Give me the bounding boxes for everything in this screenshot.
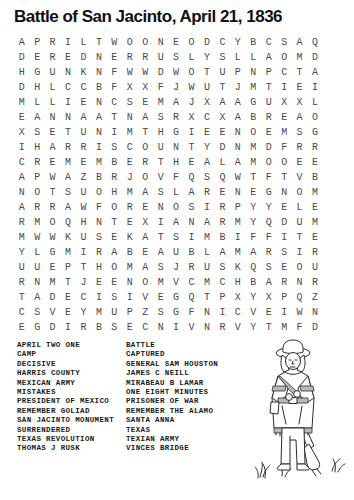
grid-cell[interactable]: T bbox=[138, 125, 153, 140]
grid-cell[interactable]: S bbox=[153, 260, 168, 275]
grid-cell[interactable]: V bbox=[246, 305, 261, 320]
grid-cell[interactable]: N bbox=[230, 185, 245, 200]
grid-cell[interactable]: R bbox=[292, 140, 307, 155]
grid-cell[interactable]: X bbox=[122, 80, 137, 95]
grid-cell[interactable]: I bbox=[76, 245, 91, 260]
grid-cell[interactable]: W bbox=[45, 170, 60, 185]
grid-cell[interactable]: S bbox=[261, 260, 276, 275]
grid-cell[interactable]: O bbox=[261, 155, 276, 170]
grid-cell[interactable]: X bbox=[276, 95, 291, 110]
grid-cell[interactable]: V bbox=[138, 290, 153, 305]
grid-cell[interactable]: N bbox=[168, 140, 183, 155]
grid-cell[interactable]: J bbox=[230, 80, 245, 95]
grid-cell[interactable]: O bbox=[138, 35, 153, 50]
grid-cell[interactable]: E bbox=[292, 80, 307, 95]
grid-cell[interactable]: I bbox=[60, 35, 75, 50]
grid-cell[interactable]: E bbox=[138, 245, 153, 260]
grid-cell[interactable]: N bbox=[153, 35, 168, 50]
grid-cell[interactable]: E bbox=[138, 200, 153, 215]
grid-cell[interactable]: C bbox=[138, 320, 153, 335]
grid-cell[interactable]: N bbox=[122, 275, 137, 290]
grid-cell[interactable]: I bbox=[276, 230, 291, 245]
grid-cell[interactable]: M bbox=[60, 245, 75, 260]
grid-cell[interactable]: U bbox=[292, 215, 307, 230]
grid-cell[interactable]: B bbox=[91, 320, 106, 335]
grid-cell[interactable]: D bbox=[307, 50, 322, 65]
grid-cell[interactable]: O bbox=[91, 185, 106, 200]
grid-cell[interactable]: M bbox=[122, 260, 137, 275]
grid-cell[interactable]: S bbox=[184, 200, 199, 215]
grid-cell[interactable]: E bbox=[307, 155, 322, 170]
grid-cell[interactable]: H bbox=[14, 65, 29, 80]
grid-cell[interactable]: S bbox=[199, 170, 214, 185]
grid-cell[interactable]: U bbox=[76, 185, 91, 200]
grid-cell[interactable]: V bbox=[292, 170, 307, 185]
grid-cell[interactable]: M bbox=[230, 245, 245, 260]
grid-cell[interactable]: R bbox=[122, 50, 137, 65]
grid-cell[interactable]: R bbox=[76, 320, 91, 335]
grid-cell[interactable]: E bbox=[199, 125, 214, 140]
grid-cell[interactable]: M bbox=[14, 230, 29, 245]
grid-cell[interactable]: T bbox=[215, 80, 230, 95]
grid-cell[interactable]: Q bbox=[292, 290, 307, 305]
grid-cell[interactable]: U bbox=[199, 80, 214, 95]
grid-cell[interactable]: O bbox=[276, 50, 291, 65]
grid-cell[interactable]: M bbox=[230, 215, 245, 230]
grid-cell[interactable]: E bbox=[261, 125, 276, 140]
grid-cell[interactable]: U bbox=[153, 50, 168, 65]
grid-cell[interactable]: C bbox=[276, 65, 291, 80]
grid-cell[interactable]: S bbox=[168, 50, 183, 65]
grid-cell[interactable]: N bbox=[153, 320, 168, 335]
grid-cell[interactable]: F bbox=[168, 170, 183, 185]
grid-cell[interactable]: I bbox=[168, 320, 183, 335]
grid-cell[interactable]: E bbox=[107, 275, 122, 290]
grid-cell[interactable]: E bbox=[168, 35, 183, 50]
grid-cell[interactable]: J bbox=[76, 275, 91, 290]
grid-cell[interactable]: E bbox=[29, 50, 44, 65]
grid-cell[interactable]: T bbox=[91, 35, 106, 50]
grid-cell[interactable]: M bbox=[246, 140, 261, 155]
grid-cell[interactable]: F bbox=[91, 200, 106, 215]
grid-cell[interactable]: U bbox=[29, 260, 44, 275]
grid-cell[interactable]: R bbox=[107, 170, 122, 185]
grid-cell[interactable]: E bbox=[122, 320, 137, 335]
grid-cell[interactable]: C bbox=[184, 275, 199, 290]
grid-cell[interactable]: M bbox=[246, 155, 261, 170]
grid-cell[interactable]: P bbox=[122, 305, 137, 320]
grid-cell[interactable]: A bbox=[292, 110, 307, 125]
grid-cell[interactable]: M bbox=[122, 185, 137, 200]
grid-cell[interactable]: R bbox=[138, 155, 153, 170]
grid-cell[interactable]: S bbox=[168, 230, 183, 245]
grid-cell[interactable]: I bbox=[91, 140, 106, 155]
grid-cell[interactable]: E bbox=[246, 185, 261, 200]
grid-cell[interactable]: T bbox=[246, 170, 261, 185]
grid-cell[interactable]: R bbox=[307, 140, 322, 155]
grid-cell[interactable]: H bbox=[76, 215, 91, 230]
grid-cell[interactable]: S bbox=[60, 185, 75, 200]
grid-cell[interactable]: A bbox=[199, 155, 214, 170]
grid-cell[interactable]: C bbox=[199, 110, 214, 125]
grid-cell[interactable]: E bbox=[153, 290, 168, 305]
grid-cell[interactable]: S bbox=[107, 290, 122, 305]
grid-cell[interactable]: T bbox=[199, 290, 214, 305]
grid-cell[interactable]: Q bbox=[307, 35, 322, 50]
grid-cell[interactable]: I bbox=[14, 140, 29, 155]
grid-cell[interactable]: R bbox=[91, 245, 106, 260]
grid-cell[interactable]: B bbox=[246, 110, 261, 125]
grid-cell[interactable]: N bbox=[122, 110, 137, 125]
grid-cell[interactable]: Y bbox=[14, 245, 29, 260]
grid-cell[interactable]: U bbox=[215, 65, 230, 80]
grid-cell[interactable]: M bbox=[246, 80, 261, 95]
grid-cell[interactable]: M bbox=[199, 230, 214, 245]
grid-cell[interactable]: N bbox=[91, 215, 106, 230]
grid-cell[interactable]: W bbox=[230, 170, 245, 185]
grid-cell[interactable]: S bbox=[29, 305, 44, 320]
grid-cell[interactable]: A bbox=[76, 110, 91, 125]
grid-cell[interactable]: R bbox=[14, 275, 29, 290]
grid-cell[interactable]: L bbox=[76, 35, 91, 50]
grid-cell[interactable]: D bbox=[45, 290, 60, 305]
grid-cell[interactable]: G bbox=[168, 290, 183, 305]
grid-cell[interactable]: N bbox=[276, 185, 291, 200]
grid-cell[interactable]: F bbox=[261, 230, 276, 245]
grid-cell[interactable]: I bbox=[230, 230, 245, 245]
grid-cell[interactable]: H bbox=[230, 275, 245, 290]
grid-cell[interactable]: B bbox=[184, 245, 199, 260]
grid-cell[interactable]: I bbox=[276, 80, 291, 95]
grid-cell[interactable]: O bbox=[276, 155, 291, 170]
grid-cell[interactable]: A bbox=[91, 110, 106, 125]
grid-cell[interactable]: S bbox=[29, 125, 44, 140]
grid-cell[interactable]: R bbox=[184, 260, 199, 275]
grid-cell[interactable]: U bbox=[76, 125, 91, 140]
grid-cell[interactable]: O bbox=[168, 200, 183, 215]
grid-cell[interactable]: V bbox=[230, 320, 245, 335]
grid-cell[interactable]: N bbox=[91, 65, 106, 80]
grid-cell[interactable]: V bbox=[184, 320, 199, 335]
grid-cell[interactable]: O bbox=[292, 260, 307, 275]
grid-cell[interactable]: A bbox=[29, 290, 44, 305]
grid-cell[interactable]: C bbox=[122, 140, 137, 155]
grid-cell[interactable]: N bbox=[246, 65, 261, 80]
grid-cell[interactable]: D bbox=[14, 80, 29, 95]
grid-cell[interactable]: C bbox=[107, 95, 122, 110]
grid-cell[interactable]: D bbox=[261, 140, 276, 155]
grid-cell[interactable]: A bbox=[261, 50, 276, 65]
grid-cell[interactable]: R bbox=[199, 185, 214, 200]
grid-cell[interactable]: X bbox=[230, 290, 245, 305]
grid-cell[interactable]: A bbox=[138, 230, 153, 245]
grid-cell[interactable]: B bbox=[91, 80, 106, 95]
grid-cell[interactable]: T bbox=[60, 275, 75, 290]
grid-cell[interactable]: T bbox=[184, 140, 199, 155]
grid-cell[interactable]: E bbox=[60, 305, 75, 320]
grid-cell[interactable]: I bbox=[184, 125, 199, 140]
grid-cell[interactable]: C bbox=[14, 305, 29, 320]
grid-cell[interactable]: E bbox=[45, 260, 60, 275]
grid-cell[interactable]: S bbox=[153, 185, 168, 200]
grid-cell[interactable]: L bbox=[45, 95, 60, 110]
grid-cell[interactable]: S bbox=[215, 50, 230, 65]
grid-cell[interactable]: K bbox=[76, 65, 91, 80]
grid-cell[interactable]: A bbox=[14, 200, 29, 215]
grid-cell[interactable]: A bbox=[230, 110, 245, 125]
grid-cell[interactable]: A bbox=[261, 275, 276, 290]
grid-cell[interactable]: O bbox=[107, 260, 122, 275]
grid-cell[interactable]: Y bbox=[246, 290, 261, 305]
grid-cell[interactable]: T bbox=[199, 65, 214, 80]
grid-cell[interactable]: R bbox=[45, 200, 60, 215]
grid-cell[interactable]: X bbox=[184, 110, 199, 125]
grid-cell[interactable]: L bbox=[29, 245, 44, 260]
grid-cell[interactable]: N bbox=[184, 215, 199, 230]
grid-cell[interactable]: R bbox=[122, 200, 137, 215]
grid-cell[interactable]: S bbox=[91, 230, 106, 245]
grid-cell[interactable]: B bbox=[215, 230, 230, 245]
grid-cell[interactable]: R bbox=[307, 275, 322, 290]
grid-cell[interactable]: U bbox=[14, 260, 29, 275]
grid-cell[interactable]: E bbox=[107, 50, 122, 65]
grid-cell[interactable]: F bbox=[107, 65, 122, 80]
grid-cell[interactable]: M bbox=[60, 155, 75, 170]
grid-cell[interactable]: Y bbox=[246, 215, 261, 230]
grid-cell[interactable]: D bbox=[199, 35, 214, 50]
grid-cell[interactable]: I bbox=[60, 95, 75, 110]
grid-cell[interactable]: L bbox=[184, 50, 199, 65]
grid-cell[interactable]: W bbox=[45, 230, 60, 245]
grid-cell[interactable]: P bbox=[230, 200, 245, 215]
grid-cell[interactable]: L bbox=[292, 200, 307, 215]
grid-cell[interactable]: N bbox=[307, 305, 322, 320]
grid-cell[interactable]: G bbox=[29, 65, 44, 80]
grid-cell[interactable]: M bbox=[307, 215, 322, 230]
grid-cell[interactable]: W bbox=[76, 200, 91, 215]
grid-cell[interactable]: E bbox=[60, 50, 75, 65]
grid-cell[interactable]: U bbox=[307, 260, 322, 275]
grid-cell[interactable]: D bbox=[307, 320, 322, 335]
grid-cell[interactable]: T bbox=[261, 80, 276, 95]
grid-cell[interactable]: X bbox=[261, 290, 276, 305]
grid-cell[interactable]: B bbox=[122, 245, 137, 260]
grid-cell[interactable]: T bbox=[107, 215, 122, 230]
grid-cell[interactable]: A bbox=[199, 215, 214, 230]
grid-cell[interactable]: Q bbox=[60, 215, 75, 230]
grid-cell[interactable]: E bbox=[261, 305, 276, 320]
grid-cell[interactable]: Y bbox=[246, 200, 261, 215]
grid-cell[interactable]: A bbox=[246, 245, 261, 260]
grid-cell[interactable]: H bbox=[91, 260, 106, 275]
grid-cell[interactable]: F bbox=[246, 230, 261, 245]
grid-cell[interactable]: V bbox=[45, 305, 60, 320]
grid-cell[interactable]: A bbox=[138, 110, 153, 125]
grid-cell[interactable]: A bbox=[45, 140, 60, 155]
grid-cell[interactable]: J bbox=[168, 80, 183, 95]
grid-cell[interactable]: P bbox=[60, 260, 75, 275]
grid-cell[interactable]: A bbox=[292, 35, 307, 50]
grid-cell[interactable]: C bbox=[215, 35, 230, 50]
grid-cell[interactable]: E bbox=[276, 200, 291, 215]
grid-cell[interactable]: O bbox=[292, 185, 307, 200]
grid-cell[interactable]: L bbox=[230, 50, 245, 65]
grid-cell[interactable]: E bbox=[307, 230, 322, 245]
grid-cell[interactable]: A bbox=[215, 95, 230, 110]
grid-cell[interactable]: C bbox=[261, 35, 276, 50]
grid-cell[interactable]: U bbox=[168, 245, 183, 260]
grid-cell[interactable]: V bbox=[168, 275, 183, 290]
grid-cell[interactable]: B bbox=[107, 155, 122, 170]
grid-cell[interactable]: A bbox=[230, 95, 245, 110]
grid-cell[interactable]: M bbox=[91, 155, 106, 170]
grid-cell[interactable]: D bbox=[76, 50, 91, 65]
grid-cell[interactable]: A bbox=[107, 245, 122, 260]
grid-cell[interactable]: P bbox=[29, 35, 44, 50]
grid-cell[interactable]: G bbox=[307, 125, 322, 140]
grid-cell[interactable]: E bbox=[76, 155, 91, 170]
grid-cell[interactable]: E bbox=[76, 95, 91, 110]
grid-cell[interactable]: F bbox=[107, 80, 122, 95]
grid-cell[interactable]: D bbox=[153, 65, 168, 80]
grid-cell[interactable]: W bbox=[107, 35, 122, 50]
grid-cell[interactable]: Z bbox=[307, 290, 322, 305]
grid-cell[interactable]: P bbox=[276, 290, 291, 305]
grid-cell[interactable]: T bbox=[292, 230, 307, 245]
grid-cell[interactable]: I bbox=[184, 230, 199, 245]
grid-cell[interactable]: Y bbox=[199, 140, 214, 155]
grid-cell[interactable]: I bbox=[276, 305, 291, 320]
grid-cell[interactable]: E bbox=[107, 230, 122, 245]
grid-cell[interactable]: U bbox=[76, 230, 91, 245]
grid-cell[interactable]: N bbox=[230, 125, 245, 140]
grid-cell[interactable]: E bbox=[292, 155, 307, 170]
grid-cell[interactable]: Y bbox=[230, 35, 245, 50]
grid-cell[interactable]: X bbox=[215, 110, 230, 125]
grid-cell[interactable]: W bbox=[292, 305, 307, 320]
grid-cell[interactable]: J bbox=[168, 260, 183, 275]
grid-cell[interactable]: G bbox=[261, 185, 276, 200]
grid-cell[interactable]: A bbox=[168, 95, 183, 110]
grid-cell[interactable]: M bbox=[153, 95, 168, 110]
grid-cell[interactable]: Q bbox=[184, 170, 199, 185]
grid-cell[interactable]: R bbox=[215, 215, 230, 230]
grid-cell[interactable]: O bbox=[246, 125, 261, 140]
grid-cell[interactable]: T bbox=[45, 185, 60, 200]
grid-cell[interactable]: M bbox=[91, 305, 106, 320]
grid-cell[interactable]: T bbox=[14, 290, 29, 305]
grid-cell[interactable]: B bbox=[246, 35, 261, 50]
grid-cell[interactable]: N bbox=[230, 140, 245, 155]
grid-cell[interactable]: A bbox=[14, 170, 29, 185]
grid-cell[interactable]: A bbox=[153, 245, 168, 260]
grid-cell[interactable]: E bbox=[45, 125, 60, 140]
grid-cell[interactable]: O bbox=[184, 35, 199, 50]
grid-cell[interactable]: E bbox=[14, 320, 29, 335]
grid-cell[interactable]: A bbox=[60, 170, 75, 185]
grid-cell[interactable]: N bbox=[199, 320, 214, 335]
grid-cell[interactable]: D bbox=[14, 50, 29, 65]
grid-cell[interactable]: W bbox=[29, 230, 44, 245]
grid-cell[interactable]: E bbox=[122, 155, 137, 170]
grid-cell[interactable]: R bbox=[138, 50, 153, 65]
grid-cell[interactable]: Q bbox=[261, 215, 276, 230]
grid-cell[interactable]: G bbox=[29, 320, 44, 335]
grid-cell[interactable]: M bbox=[276, 320, 291, 335]
grid-cell[interactable]: M bbox=[45, 275, 60, 290]
grid-cell[interactable]: R bbox=[261, 245, 276, 260]
grid-cell[interactable]: A bbox=[60, 200, 75, 215]
grid-cell[interactable]: Q bbox=[246, 260, 261, 275]
grid-cell[interactable]: E bbox=[14, 110, 29, 125]
grid-cell[interactable]: I bbox=[91, 290, 106, 305]
grid-cell[interactable]: Q bbox=[215, 170, 230, 185]
grid-cell[interactable]: X bbox=[292, 95, 307, 110]
grid-cell[interactable]: N bbox=[153, 200, 168, 215]
grid-cell[interactable]: Y bbox=[76, 305, 91, 320]
grid-cell[interactable]: O bbox=[138, 275, 153, 290]
grid-cell[interactable]: G bbox=[168, 305, 183, 320]
grid-cell[interactable]: Z bbox=[76, 170, 91, 185]
grid-cell[interactable]: P bbox=[29, 170, 44, 185]
grid-cell[interactable]: M bbox=[307, 185, 322, 200]
grid-cell[interactable]: O bbox=[184, 65, 199, 80]
grid-cell[interactable]: U bbox=[261, 95, 276, 110]
grid-cell[interactable]: A bbox=[184, 185, 199, 200]
grid-cell[interactable]: H bbox=[107, 185, 122, 200]
grid-cell[interactable]: S bbox=[153, 110, 168, 125]
grid-cell[interactable]: W bbox=[168, 65, 183, 80]
grid-cell[interactable]: U bbox=[153, 140, 168, 155]
grid-cell[interactable]: P bbox=[230, 65, 245, 80]
grid-cell[interactable]: M bbox=[14, 95, 29, 110]
grid-cell[interactable]: F bbox=[153, 80, 168, 95]
grid-cell[interactable]: H bbox=[29, 140, 44, 155]
grid-cell[interactable]: N bbox=[29, 275, 44, 290]
grid-cell[interactable]: K bbox=[230, 260, 245, 275]
grid-cell[interactable]: E bbox=[215, 125, 230, 140]
grid-cell[interactable]: L bbox=[307, 95, 322, 110]
grid-cell[interactable]: N bbox=[292, 275, 307, 290]
grid-cell[interactable]: K bbox=[122, 230, 137, 245]
grid-cell[interactable]: E bbox=[215, 185, 230, 200]
grid-cell[interactable]: X bbox=[138, 80, 153, 95]
grid-cell[interactable]: Y bbox=[261, 200, 276, 215]
grid-cell[interactable]: C bbox=[14, 155, 29, 170]
grid-cell[interactable]: T bbox=[107, 110, 122, 125]
grid-cell[interactable]: C bbox=[76, 80, 91, 95]
grid-cell[interactable]: R bbox=[60, 140, 75, 155]
grid-cell[interactable]: U bbox=[199, 260, 214, 275]
grid-cell[interactable]: O bbox=[45, 215, 60, 230]
grid-cell[interactable]: H bbox=[29, 80, 44, 95]
grid-cell[interactable]: A bbox=[168, 215, 183, 230]
grid-cell[interactable]: A bbox=[29, 110, 44, 125]
grid-cell[interactable]: B bbox=[307, 170, 322, 185]
grid-cell[interactable]: G bbox=[45, 245, 60, 260]
grid-cell[interactable]: S bbox=[276, 35, 291, 50]
grid-cell[interactable]: T bbox=[76, 260, 91, 275]
grid-cell[interactable]: I bbox=[199, 200, 214, 215]
grid-cell[interactable]: R bbox=[45, 50, 60, 65]
grid-cell[interactable]: S bbox=[153, 305, 168, 320]
grid-cell[interactable]: L bbox=[199, 245, 214, 260]
grid-cell[interactable]: M bbox=[292, 50, 307, 65]
grid-cell[interactable]: T bbox=[153, 230, 168, 245]
grid-cell[interactable]: D bbox=[276, 215, 291, 230]
grid-cell[interactable]: O bbox=[138, 170, 153, 185]
grid-cell[interactable]: S bbox=[215, 260, 230, 275]
